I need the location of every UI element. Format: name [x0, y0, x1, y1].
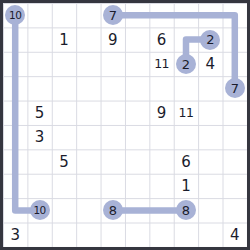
- clue-number-4[interactable]: 4: [230, 227, 240, 242]
- solution-path-7[interactable]: [113, 15, 235, 88]
- endpoint-circle-10[interactable]: 10: [30, 200, 50, 220]
- clue-number-6[interactable]: 6: [157, 32, 167, 47]
- endpoint-circle-2[interactable]: 2: [176, 54, 196, 74]
- clue-number-9[interactable]: 9: [157, 105, 167, 120]
- endpoint-circle-7[interactable]: 7: [103, 5, 123, 25]
- clue-number-1[interactable]: 1: [59, 32, 69, 47]
- clue-number-3[interactable]: 3: [35, 130, 45, 145]
- clue-number-5[interactable]: 5: [35, 105, 45, 120]
- clue-number-9[interactable]: 9: [108, 32, 118, 47]
- board-grid[interactable]: 10722710881961145911356134: [0, 0, 250, 250]
- clue-number-11[interactable]: 11: [179, 107, 194, 120]
- clue-number-1[interactable]: 1: [181, 179, 191, 194]
- numberlink-puzzle: 10722710881961145911356134: [0, 0, 250, 250]
- clue-number-5[interactable]: 5: [59, 154, 69, 169]
- clue-number-4[interactable]: 4: [206, 57, 216, 72]
- clue-number-11[interactable]: 11: [154, 58, 169, 71]
- endpoint-circle-2[interactable]: 2: [200, 30, 220, 50]
- clue-number-3[interactable]: 3: [10, 227, 20, 242]
- clue-number-6[interactable]: 6: [181, 154, 191, 169]
